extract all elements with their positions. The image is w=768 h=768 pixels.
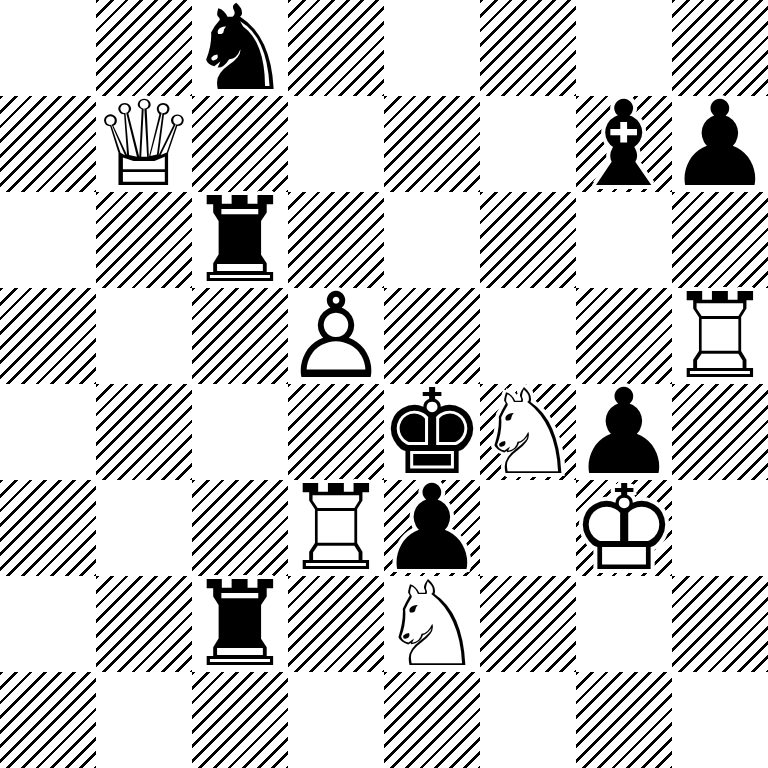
piece-white-queen-b7[interactable]: ♛♕ — [96, 96, 192, 192]
square-b2[interactable] — [96, 576, 192, 672]
square-d7[interactable] — [288, 96, 384, 192]
square-h1[interactable] — [672, 672, 768, 768]
square-g7[interactable]: ♝♝ — [576, 96, 672, 192]
square-f4[interactable]: ♞♘ — [480, 384, 576, 480]
black-bishop-icon: ♝ — [576, 96, 672, 192]
piece-black-knight-c8[interactable]: ♞♞ — [192, 0, 288, 96]
piece-white-rook-d3[interactable]: ♜♖ — [288, 480, 384, 576]
square-f2[interactable] — [480, 576, 576, 672]
square-a6[interactable] — [0, 192, 96, 288]
square-d1[interactable] — [288, 672, 384, 768]
white-knight-icon: ♘ — [384, 576, 480, 672]
square-e7[interactable] — [384, 96, 480, 192]
square-f8[interactable] — [480, 0, 576, 96]
piece-white-rook-h5[interactable]: ♜♖ — [672, 288, 768, 384]
square-h5[interactable]: ♜♖ — [672, 288, 768, 384]
black-knight-icon: ♞ — [192, 0, 288, 96]
piece-white-king-g3[interactable]: ♚♔ — [576, 480, 672, 576]
square-h3[interactable] — [672, 480, 768, 576]
black-rook-icon: ♜ — [192, 576, 288, 672]
piece-white-knight-f4[interactable]: ♞♘ — [480, 384, 576, 480]
square-a8[interactable] — [0, 0, 96, 96]
square-g1[interactable] — [576, 672, 672, 768]
black-pawn-icon: ♟ — [672, 96, 768, 192]
piece-black-pawn-h7[interactable]: ♟♟ — [672, 96, 768, 192]
piece-white-pawn-d5[interactable]: ♟♙ — [288, 288, 384, 384]
square-d5[interactable]: ♟♙ — [288, 288, 384, 384]
piece-black-rook-c6[interactable]: ♜♜ — [192, 192, 288, 288]
square-b5[interactable] — [96, 288, 192, 384]
square-h2[interactable] — [672, 576, 768, 672]
square-a7[interactable] — [0, 96, 96, 192]
black-rook-icon: ♜ — [192, 192, 288, 288]
square-a2[interactable] — [0, 576, 96, 672]
square-e8[interactable] — [384, 0, 480, 96]
piece-white-knight-e2[interactable]: ♞♘ — [384, 576, 480, 672]
piece-black-rook-c2[interactable]: ♜♜ — [192, 576, 288, 672]
white-pawn-icon: ♙ — [288, 288, 384, 384]
white-rook-icon: ♖ — [288, 480, 384, 576]
square-b1[interactable] — [96, 672, 192, 768]
square-e6[interactable] — [384, 192, 480, 288]
white-queen-icon: ♕ — [96, 96, 192, 192]
square-d8[interactable] — [288, 0, 384, 96]
square-c8[interactable]: ♞♞ — [192, 0, 288, 96]
square-d3[interactable]: ♜♖ — [288, 480, 384, 576]
white-knight-icon: ♘ — [480, 384, 576, 480]
square-b7[interactable]: ♛♕ — [96, 96, 192, 192]
square-c4[interactable] — [192, 384, 288, 480]
chess-board: ♞♞♛♕♝♝♟♟♜♜♟♙♜♖♚♚♞♘♟♟♜♖♟♟♚♔♜♜♞♘ — [0, 0, 768, 768]
white-rook-icon: ♖ — [672, 288, 768, 384]
white-king-icon: ♔ — [576, 480, 672, 576]
square-b4[interactable] — [96, 384, 192, 480]
chess-diagram: ♞♞♛♕♝♝♟♟♜♜♟♙♜♖♚♚♞♘♟♟♜♖♟♟♚♔♜♜♞♘ — [0, 0, 768, 768]
square-a3[interactable] — [0, 480, 96, 576]
square-c2[interactable]: ♜♜ — [192, 576, 288, 672]
square-f6[interactable] — [480, 192, 576, 288]
square-a1[interactable] — [0, 672, 96, 768]
square-c6[interactable]: ♜♜ — [192, 192, 288, 288]
square-e2[interactable]: ♞♘ — [384, 576, 480, 672]
square-g3[interactable]: ♚♔ — [576, 480, 672, 576]
square-f7[interactable] — [480, 96, 576, 192]
square-h7[interactable]: ♟♟ — [672, 96, 768, 192]
square-a4[interactable] — [0, 384, 96, 480]
piece-black-bishop-g7[interactable]: ♝♝ — [576, 96, 672, 192]
square-a5[interactable] — [0, 288, 96, 384]
square-f1[interactable] — [480, 672, 576, 768]
square-b3[interactable] — [96, 480, 192, 576]
